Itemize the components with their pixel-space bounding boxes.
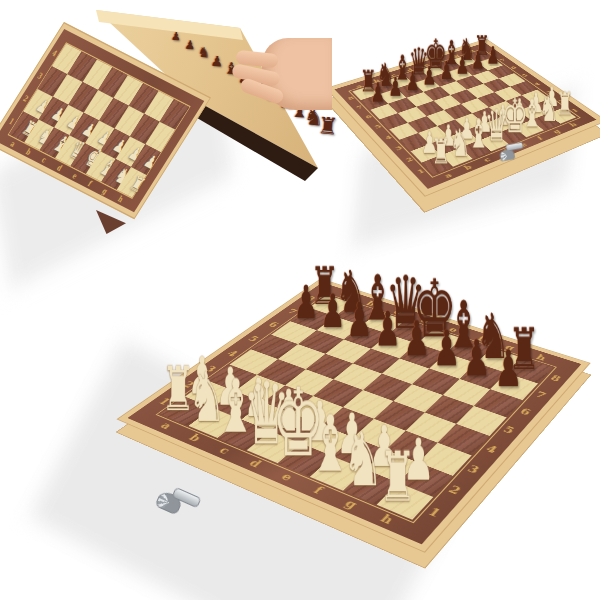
coordinate-label: f	[437, 58, 444, 62]
coordinate-label: g	[101, 185, 110, 196]
coordinate-label: 5	[373, 123, 383, 129]
board-corner-flap	[96, 210, 126, 234]
coordinate-label: c	[40, 154, 49, 165]
coordinate-label: 1	[415, 168, 426, 175]
black-rook: ♜	[317, 114, 340, 139]
coordinate-label: 3	[203, 365, 217, 373]
black-pawn: ♟	[171, 31, 182, 43]
coordinate-label: h	[116, 193, 125, 204]
coordinate-label: c	[217, 446, 232, 456]
coordinate-label: f	[476, 335, 486, 342]
black-pawn: ♟	[184, 38, 196, 51]
coordinate-label: g	[504, 344, 517, 352]
coordinate-label: 8	[488, 50, 497, 54]
product-photo-chess-set: abcdefgh 4321 ♟♟♟♟♟♟♟♟♜♞♝♛♚♝♞♜ ♟♟♞♟♝♟♛♟♚…	[0, 0, 600, 600]
white-pawn: ♟	[495, 101, 511, 129]
coordinate-label: 6	[266, 322, 279, 329]
coordinate-label: 2	[180, 381, 195, 389]
coordinate-label: a	[9, 138, 18, 149]
coordinate-label: 8	[304, 296, 317, 303]
coordinate-label: a	[339, 292, 351, 298]
coordinate-label: 7	[285, 308, 298, 315]
black-pawn: ♟	[211, 54, 225, 69]
coordinate-label: 4	[383, 134, 393, 140]
coordinate-label: d	[55, 162, 64, 173]
black-knight: ♞	[197, 45, 211, 60]
coordinate-label: e	[71, 170, 80, 181]
coordinate-label: 3	[393, 144, 403, 151]
coordinate-label: b	[24, 146, 33, 157]
coordinate-label: 4	[225, 350, 239, 358]
coordinate-label: f	[86, 178, 94, 188]
coordinate-label: e	[447, 326, 459, 333]
coordinate-label: c	[392, 309, 404, 316]
coordinate-label: f	[312, 485, 325, 495]
coordinate-label: d	[419, 317, 432, 324]
